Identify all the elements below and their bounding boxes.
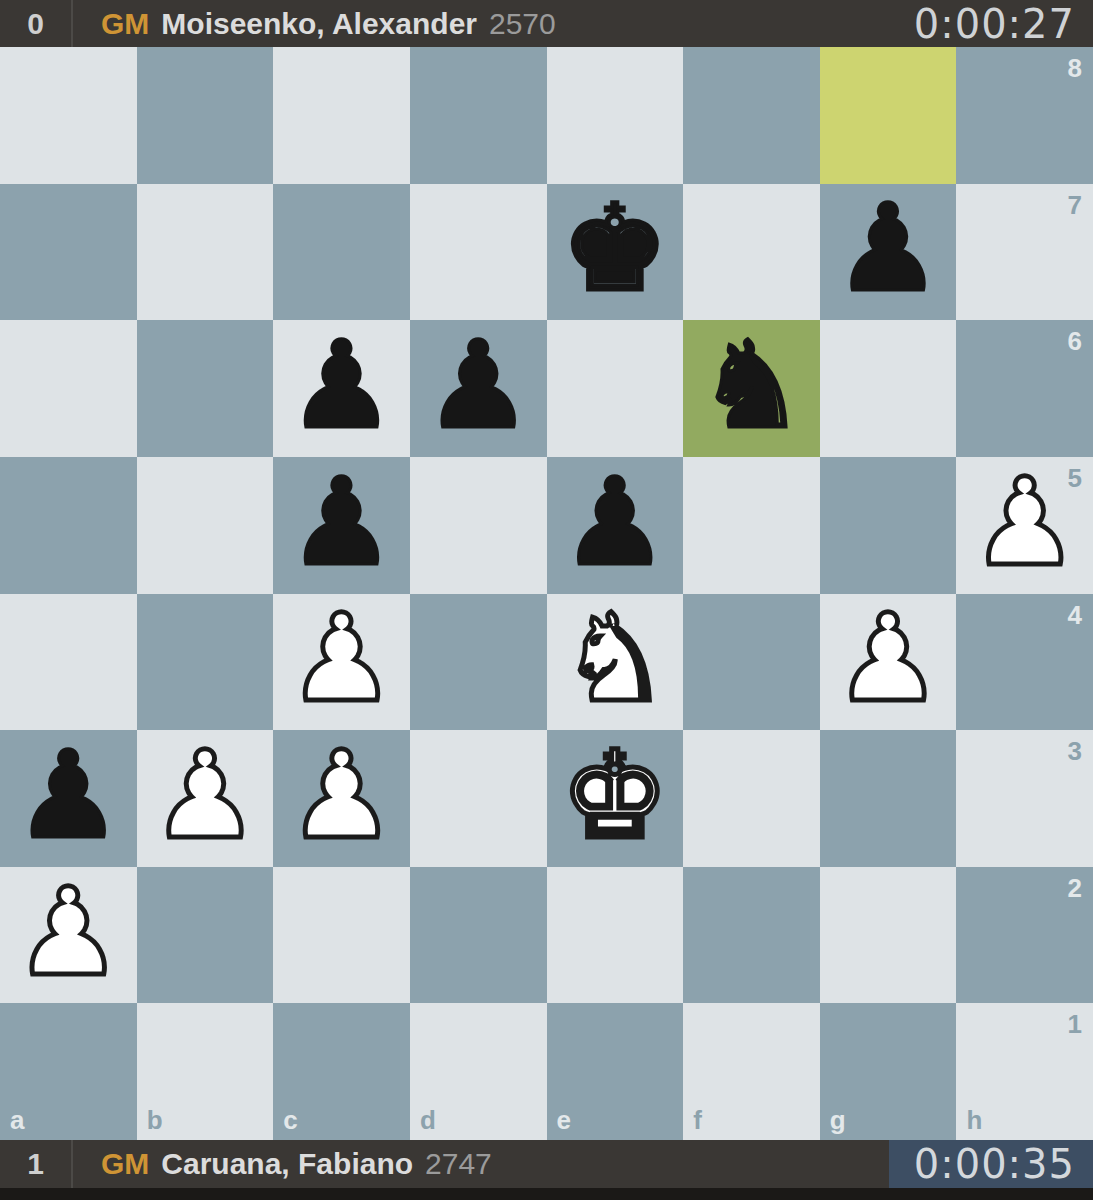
white-pawn[interactable]: ♟ xyxy=(956,457,1093,594)
square-c2[interactable] xyxy=(273,867,410,1004)
square-d1[interactable]: d xyxy=(410,1003,547,1140)
square-a6[interactable] xyxy=(0,320,137,457)
score-bottom: 1 xyxy=(0,1140,73,1188)
square-a1[interactable]: a xyxy=(0,1003,137,1140)
square-a2[interactable]: ♟ xyxy=(0,867,137,1004)
rank-label-4: 4 xyxy=(1068,602,1082,628)
square-d5[interactable] xyxy=(410,457,547,594)
square-d4[interactable] xyxy=(410,594,547,731)
square-d8[interactable] xyxy=(410,47,547,184)
square-b3[interactable]: ♟ xyxy=(137,730,274,867)
square-b4[interactable] xyxy=(137,594,274,731)
square-e5[interactable]: ♟ xyxy=(547,457,684,594)
player-info-top[interactable]: GM Moiseenko, Alexander 2570 xyxy=(101,7,556,41)
square-g4[interactable]: ♟ xyxy=(820,594,957,731)
square-h8[interactable]: 8 xyxy=(956,47,1093,184)
square-c1[interactable]: c xyxy=(273,1003,410,1140)
square-g3[interactable] xyxy=(820,730,957,867)
rank-label-1: 1 xyxy=(1068,1011,1082,1037)
square-h3[interactable]: 3 xyxy=(956,730,1093,867)
square-f8[interactable] xyxy=(683,47,820,184)
square-e1[interactable]: e xyxy=(547,1003,684,1140)
square-c8[interactable] xyxy=(273,47,410,184)
square-f6[interactable]: ♞ xyxy=(683,320,820,457)
square-e8[interactable] xyxy=(547,47,684,184)
rank-label-7: 7 xyxy=(1068,192,1082,218)
square-g6[interactable] xyxy=(820,320,957,457)
white-pawn[interactable]: ♟ xyxy=(820,594,957,731)
file-label-g: g xyxy=(830,1107,846,1133)
square-f1[interactable]: f xyxy=(683,1003,820,1140)
chess-board: 8♚♟7♟♟♞6♟♟5♟♟♞♟4♟♟♟♚3♟2abcdefg1h xyxy=(0,47,1093,1140)
square-e4[interactable]: ♞ xyxy=(547,594,684,731)
file-label-b: b xyxy=(147,1107,163,1133)
square-h7[interactable]: 7 xyxy=(956,184,1093,321)
square-b2[interactable] xyxy=(137,867,274,1004)
file-label-c: c xyxy=(283,1107,297,1133)
square-b8[interactable] xyxy=(137,47,274,184)
black-pawn[interactable]: ♟ xyxy=(547,457,684,594)
score-top: 0 xyxy=(0,0,73,47)
square-g8[interactable] xyxy=(820,47,957,184)
square-e7[interactable]: ♚ xyxy=(547,184,684,321)
square-c5[interactable]: ♟ xyxy=(273,457,410,594)
player-info-bottom[interactable]: GM Caruana, Fabiano 2747 xyxy=(101,1147,492,1181)
square-f4[interactable] xyxy=(683,594,820,731)
white-pawn[interactable]: ♟ xyxy=(273,594,410,731)
white-king[interactable]: ♚ xyxy=(547,730,684,867)
square-d6[interactable]: ♟ xyxy=(410,320,547,457)
square-d7[interactable] xyxy=(410,184,547,321)
player-title-bottom: GM xyxy=(101,1147,149,1181)
white-pawn[interactable]: ♟ xyxy=(273,730,410,867)
square-d2[interactable] xyxy=(410,867,547,1004)
player-name-top: Moiseenko, Alexander xyxy=(161,7,477,41)
square-b6[interactable] xyxy=(137,320,274,457)
square-a7[interactable] xyxy=(0,184,137,321)
black-pawn[interactable]: ♟ xyxy=(273,320,410,457)
black-pawn[interactable]: ♟ xyxy=(0,730,137,867)
file-label-d: d xyxy=(420,1107,436,1133)
player-rating-top: 2570 xyxy=(489,7,556,41)
square-g1[interactable]: g xyxy=(820,1003,957,1140)
square-h4[interactable]: 4 xyxy=(956,594,1093,731)
square-e2[interactable] xyxy=(547,867,684,1004)
player-rating-bottom: 2747 xyxy=(425,1147,492,1181)
square-a5[interactable] xyxy=(0,457,137,594)
player-name-bottom: Caruana, Fabiano xyxy=(161,1147,413,1181)
square-c4[interactable]: ♟ xyxy=(273,594,410,731)
square-b5[interactable] xyxy=(137,457,274,594)
clock-top: 0:00:27 xyxy=(896,0,1093,47)
black-pawn[interactable]: ♟ xyxy=(820,184,957,321)
square-h1[interactable]: 1h xyxy=(956,1003,1093,1140)
white-knight[interactable]: ♞ xyxy=(547,594,684,731)
square-g5[interactable] xyxy=(820,457,957,594)
black-pawn[interactable]: ♟ xyxy=(410,320,547,457)
square-h2[interactable]: 2 xyxy=(956,867,1093,1004)
file-label-a: a xyxy=(10,1107,24,1133)
clock-bottom: 0:00:35 xyxy=(889,1140,1093,1188)
rank-label-6: 6 xyxy=(1068,328,1082,354)
square-c6[interactable]: ♟ xyxy=(273,320,410,457)
square-a4[interactable] xyxy=(0,594,137,731)
black-knight[interactable]: ♞ xyxy=(683,320,820,457)
rank-label-3: 3 xyxy=(1068,738,1082,764)
rank-label-8: 8 xyxy=(1068,55,1082,81)
black-king[interactable]: ♚ xyxy=(547,184,684,321)
square-f5[interactable] xyxy=(683,457,820,594)
square-g7[interactable]: ♟ xyxy=(820,184,957,321)
square-d3[interactable] xyxy=(410,730,547,867)
square-b7[interactable] xyxy=(137,184,274,321)
square-f7[interactable] xyxy=(683,184,820,321)
square-h5[interactable]: 5♟ xyxy=(956,457,1093,594)
file-label-h: h xyxy=(966,1107,982,1133)
square-e6[interactable] xyxy=(547,320,684,457)
black-pawn[interactable]: ♟ xyxy=(273,457,410,594)
bottom-strip xyxy=(0,1188,1093,1200)
square-e3[interactable]: ♚ xyxy=(547,730,684,867)
player-bar-top: 0 GM Moiseenko, Alexander 2570 0:00:27 xyxy=(0,0,1093,47)
rank-label-2: 2 xyxy=(1068,875,1082,901)
square-a3[interactable]: ♟ xyxy=(0,730,137,867)
white-pawn[interactable]: ♟ xyxy=(137,730,274,867)
square-c3[interactable]: ♟ xyxy=(273,730,410,867)
square-b1[interactable]: b xyxy=(137,1003,274,1140)
player-bar-bottom: 1 GM Caruana, Fabiano 2747 0:00:35 xyxy=(0,1140,1093,1188)
file-label-f: f xyxy=(693,1107,702,1133)
square-f3[interactable] xyxy=(683,730,820,867)
square-g2[interactable] xyxy=(820,867,957,1004)
player-title-top: GM xyxy=(101,7,149,41)
square-h6[interactable]: 6 xyxy=(956,320,1093,457)
file-label-e: e xyxy=(557,1107,571,1133)
square-f2[interactable] xyxy=(683,867,820,1004)
white-pawn[interactable]: ♟ xyxy=(0,867,137,1004)
square-a8[interactable] xyxy=(0,47,137,184)
square-c7[interactable] xyxy=(273,184,410,321)
